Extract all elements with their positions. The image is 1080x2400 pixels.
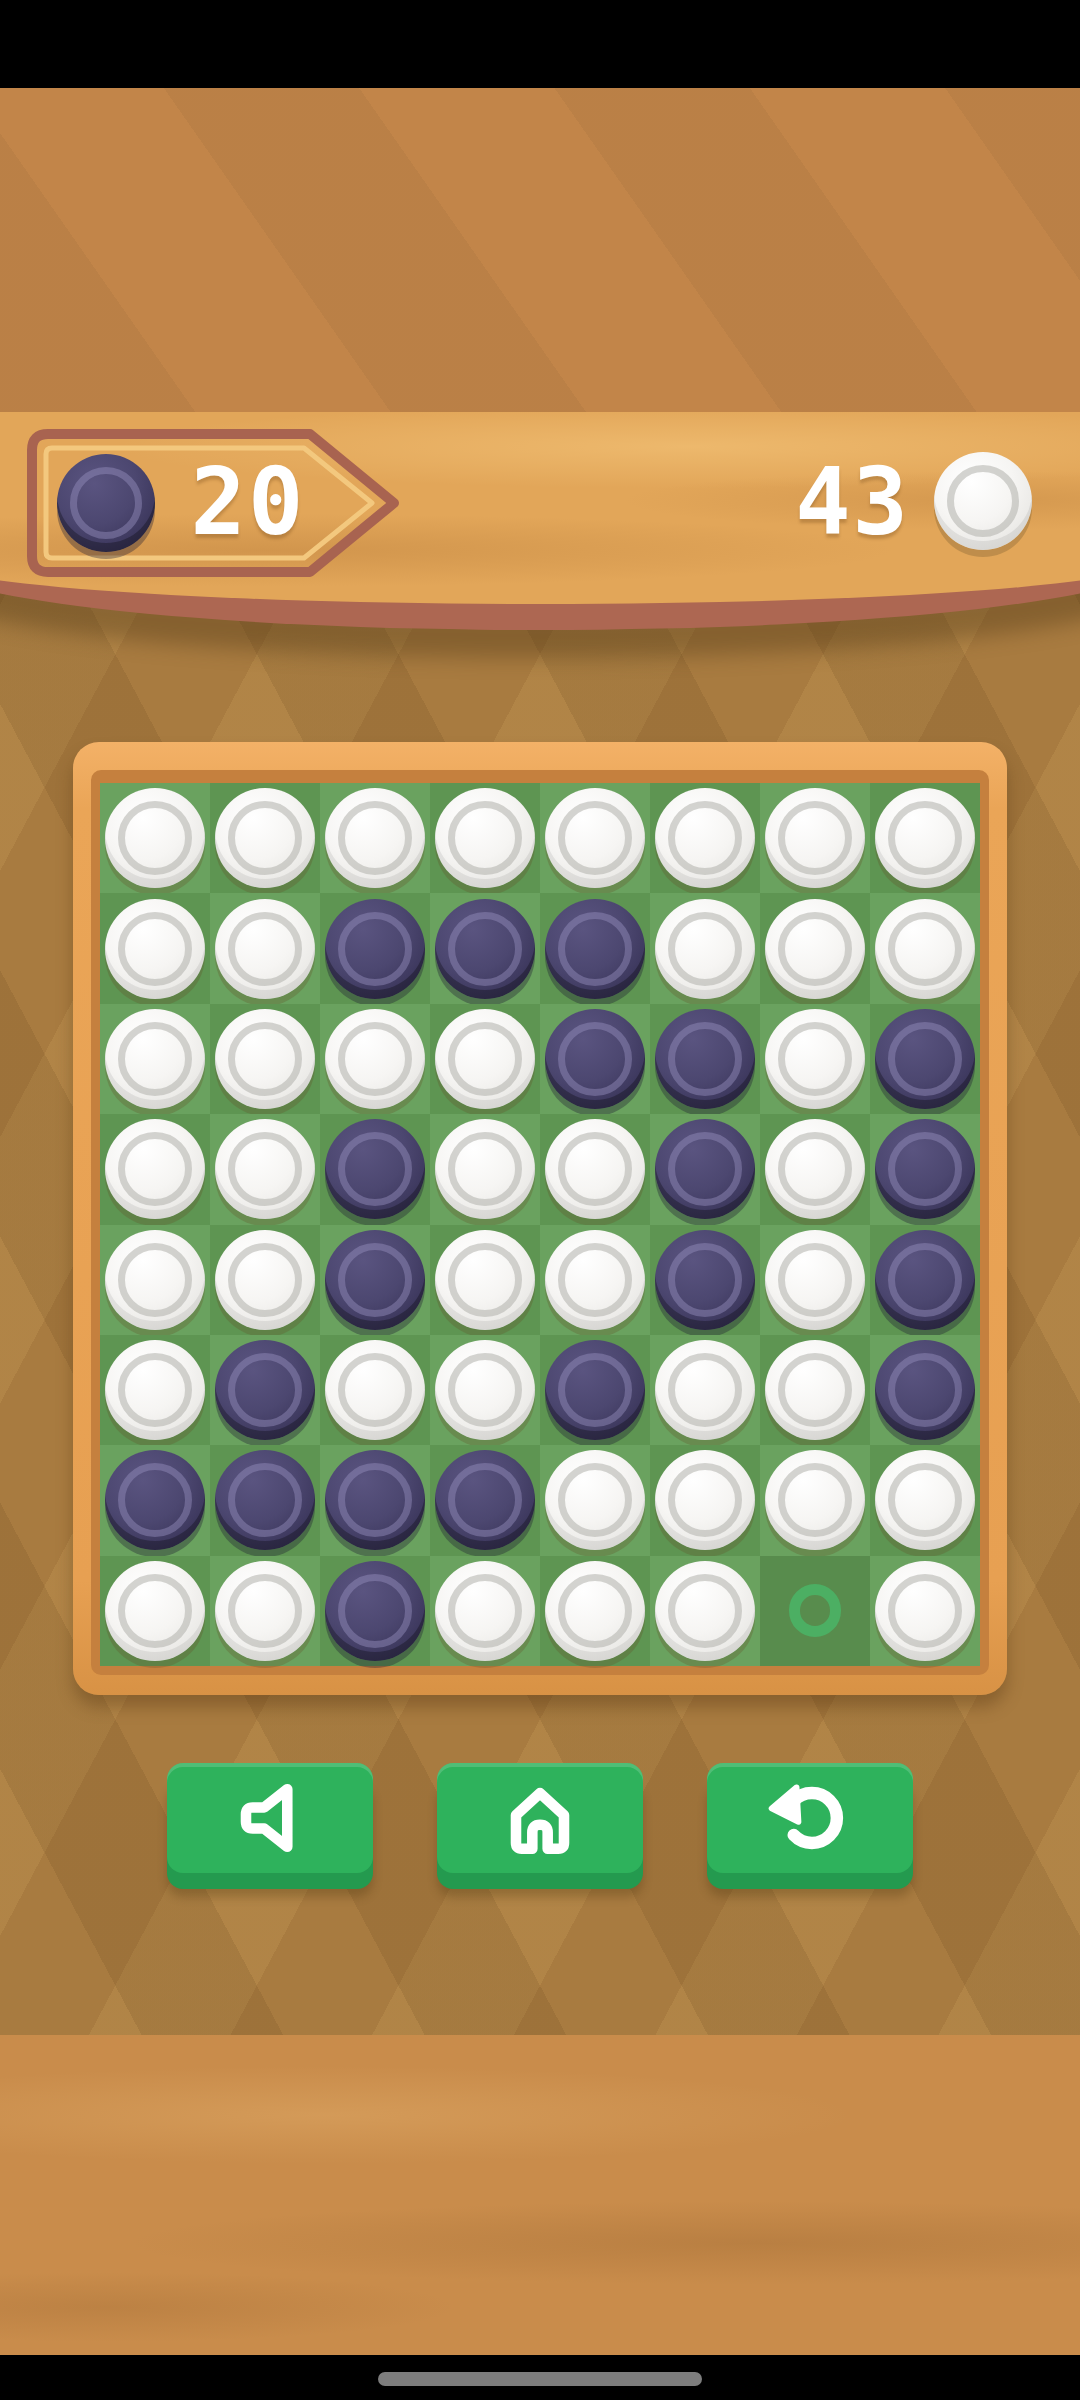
board-cell[interactable] — [540, 783, 650, 893]
white-disc — [765, 1230, 865, 1330]
button-row — [0, 1763, 1080, 1873]
board-cell[interactable] — [870, 1114, 980, 1224]
board-cell[interactable] — [430, 783, 540, 893]
black-disc — [875, 1340, 975, 1440]
white-disc — [765, 788, 865, 888]
board-cell[interactable] — [210, 1225, 320, 1335]
undo-button[interactable] — [707, 1763, 913, 1873]
white-disc — [215, 788, 315, 888]
board-cell[interactable] — [540, 1004, 650, 1114]
white-disc — [545, 1450, 645, 1550]
white-disc — [215, 1009, 315, 1109]
black-disc — [215, 1450, 315, 1550]
board-cell[interactable] — [100, 1556, 210, 1666]
white-score-disc — [934, 452, 1032, 550]
board-cell[interactable] — [760, 1004, 870, 1114]
board-cell[interactable] — [540, 1556, 650, 1666]
board-cell[interactable] — [870, 1556, 980, 1666]
board-cell[interactable] — [650, 1335, 760, 1445]
black-disc — [655, 1119, 755, 1219]
board — [91, 770, 989, 1675]
board-cell[interactable] — [210, 783, 320, 893]
board-cell[interactable] — [320, 1335, 430, 1445]
board-cell[interactable] — [100, 783, 210, 893]
board-cell[interactable] — [320, 893, 430, 1003]
board-cell[interactable] — [430, 1114, 540, 1224]
white-disc — [765, 1450, 865, 1550]
white-disc — [435, 1230, 535, 1330]
black-disc — [875, 1119, 975, 1219]
white-disc — [105, 1119, 205, 1219]
home-icon — [492, 1770, 588, 1866]
white-score-value: 43 — [740, 448, 910, 558]
white-disc — [105, 1561, 205, 1661]
board-cell[interactable] — [430, 893, 540, 1003]
board-cell[interactable] — [760, 1335, 870, 1445]
board-cell[interactable] — [320, 1445, 430, 1555]
board-cell[interactable] — [320, 1114, 430, 1224]
status-bar — [0, 0, 1080, 88]
board-grid — [100, 783, 980, 1666]
black-disc — [655, 1230, 755, 1330]
board-cell[interactable] — [650, 1445, 760, 1555]
black-disc — [325, 1450, 425, 1550]
white-disc — [875, 1450, 975, 1550]
board-cell[interactable] — [430, 1445, 540, 1555]
home-indicator[interactable] — [378, 2372, 702, 2386]
background-wood-upper — [0, 88, 1080, 412]
board-cell[interactable] — [100, 1335, 210, 1445]
white-disc — [215, 1230, 315, 1330]
white-disc — [105, 1340, 205, 1440]
black-disc — [435, 1450, 535, 1550]
board-cell[interactable] — [760, 1225, 870, 1335]
board-cell[interactable] — [540, 1445, 650, 1555]
black-disc — [875, 1230, 975, 1330]
white-disc — [435, 1119, 535, 1219]
board-cell[interactable] — [650, 893, 760, 1003]
navigation-bar — [0, 2355, 1080, 2400]
board-cell[interactable] — [430, 1335, 540, 1445]
board-cell[interactable] — [870, 1225, 980, 1335]
white-disc — [765, 1009, 865, 1109]
board-cell[interactable] — [320, 1225, 430, 1335]
board-cell[interactable] — [870, 783, 980, 893]
white-disc — [435, 1340, 535, 1440]
board-cell[interactable] — [320, 1556, 430, 1666]
sound-button[interactable] — [167, 1763, 373, 1873]
background-wood-lower — [0, 2035, 1080, 2355]
white-disc — [545, 1561, 645, 1661]
board-cell[interactable] — [870, 893, 980, 1003]
white-disc — [105, 1009, 205, 1109]
board-cell[interactable] — [100, 1004, 210, 1114]
board-cell[interactable] — [540, 1335, 650, 1445]
board-cell[interactable] — [760, 783, 870, 893]
board-cell[interactable] — [540, 893, 650, 1003]
board-cell[interactable] — [100, 1114, 210, 1224]
board-cell[interactable] — [210, 1445, 320, 1555]
black-disc — [215, 1340, 315, 1440]
black-disc — [545, 1340, 645, 1440]
board-cell[interactable] — [320, 783, 430, 893]
white-disc — [435, 1009, 535, 1109]
black-score-disc — [57, 454, 155, 552]
board-cell[interactable] — [760, 1445, 870, 1555]
white-disc — [105, 788, 205, 888]
board-cell[interactable] — [430, 1004, 540, 1114]
white-disc — [215, 1561, 315, 1661]
board-cell[interactable] — [870, 1004, 980, 1114]
white-disc — [765, 899, 865, 999]
board-cell[interactable] — [210, 1335, 320, 1445]
white-disc — [545, 1230, 645, 1330]
white-disc — [105, 1230, 205, 1330]
white-disc — [325, 1340, 425, 1440]
white-disc — [435, 788, 535, 888]
board-cell[interactable] — [650, 1114, 760, 1224]
valid-move-hint[interactable] — [789, 1584, 842, 1637]
board-frame — [73, 742, 1007, 1695]
board-cell[interactable] — [650, 1556, 760, 1666]
white-disc — [875, 899, 975, 999]
white-disc — [325, 788, 425, 888]
black-disc — [545, 899, 645, 999]
white-disc — [655, 1561, 755, 1661]
black-disc — [325, 1230, 425, 1330]
board-cell[interactable] — [430, 1556, 540, 1666]
white-disc — [765, 1340, 865, 1440]
black-disc — [435, 899, 535, 999]
board-cell[interactable] — [100, 1445, 210, 1555]
game-screen: 20 43 — [0, 0, 1080, 2400]
board-cell[interactable] — [210, 1556, 320, 1666]
board-cell[interactable] — [870, 1335, 980, 1445]
black-disc — [545, 1009, 645, 1109]
speaker-icon — [222, 1770, 318, 1866]
board-cell[interactable] — [210, 1004, 320, 1114]
white-disc — [655, 788, 755, 888]
board-cell[interactable] — [430, 1225, 540, 1335]
board-cell[interactable] — [210, 893, 320, 1003]
board-cell[interactable] — [760, 1556, 870, 1666]
board-cell[interactable] — [320, 1004, 430, 1114]
white-disc — [435, 1561, 535, 1661]
black-disc — [325, 1561, 425, 1661]
board-cell[interactable] — [100, 1225, 210, 1335]
white-disc — [215, 899, 315, 999]
black-disc — [655, 1009, 755, 1109]
black-disc — [325, 899, 425, 999]
white-disc — [655, 1340, 755, 1440]
white-disc — [545, 1119, 645, 1219]
board-cell[interactable] — [650, 783, 760, 893]
white-disc — [215, 1119, 315, 1219]
board-cell[interactable] — [760, 893, 870, 1003]
board-cell[interactable] — [650, 1225, 760, 1335]
home-button[interactable] — [437, 1763, 643, 1873]
board-cell[interactable] — [540, 1114, 650, 1224]
board-cell[interactable] — [650, 1004, 760, 1114]
white-disc — [545, 788, 645, 888]
black-disc — [325, 1119, 425, 1219]
board-cell[interactable] — [760, 1114, 870, 1224]
white-disc — [655, 1450, 755, 1550]
board-cell[interactable] — [100, 893, 210, 1003]
black-score-value: 20 — [178, 448, 318, 558]
white-disc — [875, 788, 975, 888]
white-disc — [875, 1561, 975, 1661]
white-disc — [325, 1009, 425, 1109]
undo-icon — [762, 1770, 858, 1866]
black-disc — [105, 1450, 205, 1550]
board-cell[interactable] — [540, 1225, 650, 1335]
board-cell[interactable] — [870, 1445, 980, 1555]
white-disc — [105, 899, 205, 999]
white-disc — [765, 1119, 865, 1219]
white-disc — [655, 899, 755, 999]
black-disc — [875, 1009, 975, 1109]
board-cell[interactable] — [210, 1114, 320, 1224]
